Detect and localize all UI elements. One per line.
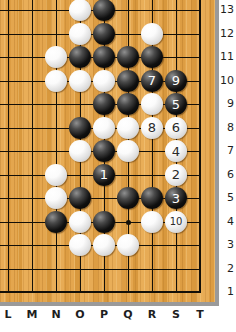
stone-white-o3[interactable] <box>69 234 91 256</box>
row-label-12: 12 <box>219 27 234 41</box>
stone-black-p7[interactable] <box>93 140 115 162</box>
column-label-r: R <box>144 308 160 322</box>
stone-white-q3[interactable] <box>117 234 139 256</box>
column-label-p: P <box>96 308 112 322</box>
grid-line-vertical-n <box>56 0 57 293</box>
stone-black-s9[interactable]: 5 <box>165 93 187 115</box>
move-number-label: 1 <box>100 168 108 181</box>
stone-black-p6[interactable]: 1 <box>93 164 115 186</box>
row-label-3: 3 <box>219 238 234 252</box>
stone-black-o11[interactable] <box>69 46 91 68</box>
row-label-10: 10 <box>219 74 234 88</box>
board-frame-bottom <box>0 302 219 306</box>
column-label-m: M <box>24 308 40 322</box>
row-label-1: 1 <box>219 285 234 299</box>
row-label-8: 8 <box>219 121 234 135</box>
stone-white-r12[interactable] <box>141 23 163 45</box>
stone-white-o12[interactable] <box>69 23 91 45</box>
stone-black-q11[interactable] <box>117 46 139 68</box>
stone-black-p4[interactable] <box>93 211 115 233</box>
move-number-label: 6 <box>172 121 180 134</box>
column-label-o: O <box>72 308 88 322</box>
row-label-9: 9 <box>219 97 234 111</box>
go-diagram: 13121110987654321 LMNOPQRST 79586412310 <box>0 0 236 332</box>
stone-black-q9[interactable] <box>117 93 139 115</box>
move-number-label: 5 <box>172 98 180 111</box>
row-label-11: 11 <box>219 50 234 64</box>
column-label-q: Q <box>120 308 136 322</box>
move-number-label: 7 <box>148 74 156 87</box>
stone-white-n6[interactable] <box>45 164 67 186</box>
move-number-label: 8 <box>148 121 156 134</box>
stone-black-n4[interactable] <box>45 211 67 233</box>
stone-black-r10[interactable]: 7 <box>141 70 163 92</box>
row-label-7: 7 <box>219 144 234 158</box>
column-label-s: S <box>168 308 184 322</box>
stone-black-o8[interactable] <box>69 117 91 139</box>
row-label-6: 6 <box>219 168 234 182</box>
stone-black-p13[interactable] <box>93 0 115 21</box>
stone-white-r4[interactable] <box>141 211 163 233</box>
stone-white-n11[interactable] <box>45 46 67 68</box>
stone-white-p3[interactable] <box>93 234 115 256</box>
stone-white-s7[interactable]: 4 <box>165 140 187 162</box>
stone-black-s5[interactable]: 3 <box>165 187 187 209</box>
grid-line-horizontal-2 <box>0 269 201 270</box>
stone-white-n10[interactable] <box>45 70 67 92</box>
stone-black-r11[interactable] <box>141 46 163 68</box>
row-label-4: 4 <box>219 215 234 229</box>
move-number-label: 2 <box>172 168 180 181</box>
stone-black-p9[interactable] <box>93 93 115 115</box>
stone-white-p10[interactable] <box>93 70 115 92</box>
column-label-t: T <box>192 308 208 322</box>
grid-line-vertical-l <box>8 0 9 293</box>
stone-black-q10[interactable] <box>117 70 139 92</box>
stone-white-o13[interactable] <box>69 0 91 21</box>
row-label-2: 2 <box>219 262 234 276</box>
stone-white-r8[interactable]: 8 <box>141 117 163 139</box>
column-label-n: N <box>48 308 64 322</box>
move-number-label: 9 <box>172 74 180 87</box>
grid-line-horizontal-1 <box>0 291 201 293</box>
column-label-l: L <box>0 308 16 322</box>
stone-black-o5[interactable] <box>69 187 91 209</box>
stone-white-r9[interactable] <box>141 93 163 115</box>
stone-white-s4[interactable]: 10 <box>165 211 187 233</box>
stone-black-p12[interactable] <box>93 23 115 45</box>
stone-white-o4[interactable] <box>69 211 91 233</box>
stone-white-s8[interactable]: 6 <box>165 117 187 139</box>
row-label-13: 13 <box>219 3 234 17</box>
grid-line-vertical-m <box>32 0 33 293</box>
hoshi-q4 <box>126 220 131 225</box>
stone-black-r5[interactable] <box>141 187 163 209</box>
move-number-label: 4 <box>172 145 180 158</box>
row-label-5: 5 <box>219 191 234 205</box>
stone-white-q7[interactable] <box>117 140 139 162</box>
stone-white-p8[interactable] <box>93 117 115 139</box>
stone-white-o7[interactable] <box>69 140 91 162</box>
move-number-label: 10 <box>170 217 183 227</box>
stone-black-s10[interactable]: 9 <box>165 70 187 92</box>
move-number-label: 3 <box>172 192 180 205</box>
stone-black-q5[interactable] <box>117 187 139 209</box>
stone-white-s6[interactable]: 2 <box>165 164 187 186</box>
stone-white-q8[interactable] <box>117 117 139 139</box>
stone-white-o10[interactable] <box>69 70 91 92</box>
stone-white-n5[interactable] <box>45 187 67 209</box>
grid-line-vertical-t <box>199 0 201 293</box>
stone-black-p11[interactable] <box>93 46 115 68</box>
